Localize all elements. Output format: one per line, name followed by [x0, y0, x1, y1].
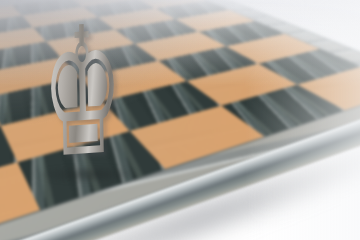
king-glyph: ♚ [41, 0, 124, 182]
white-king-piece: ♚ [26, 0, 142, 180]
photo-chess-scene: ♚ [0, 0, 360, 240]
